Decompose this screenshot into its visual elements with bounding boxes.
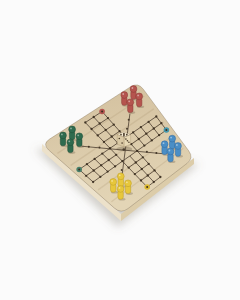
start-hole-green xyxy=(76,167,82,173)
ludo-board-photo xyxy=(0,0,240,300)
start-hole-yellow xyxy=(144,184,150,190)
start-hole-blue xyxy=(164,127,170,133)
product-photo-scene xyxy=(0,0,240,300)
start-hole-red xyxy=(99,109,105,115)
die xyxy=(116,132,132,151)
